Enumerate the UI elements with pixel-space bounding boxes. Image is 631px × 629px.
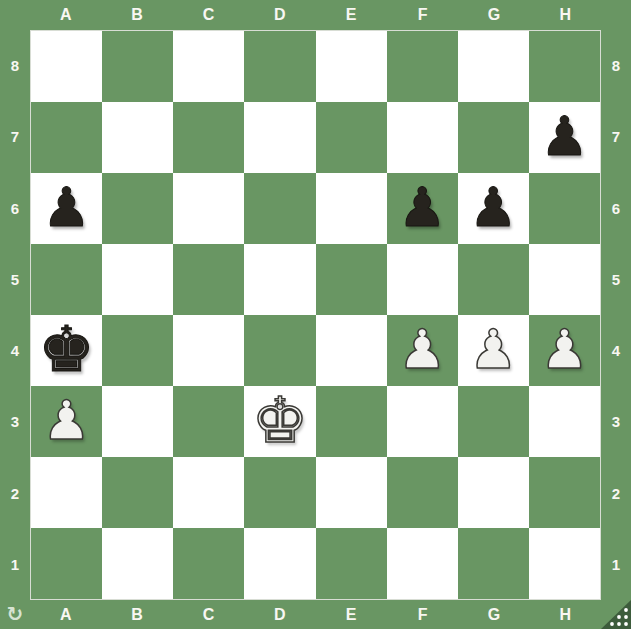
square-c3[interactable] [173,386,244,457]
file-label-a: A [30,0,101,30]
square-a8[interactable] [31,31,102,102]
rank-label-6: 6 [601,173,631,244]
square-g4[interactable]: ♟ [458,315,529,386]
square-c4[interactable] [173,315,244,386]
rank-label-4: 4 [601,315,631,386]
rank-label-5: 5 [601,244,631,315]
square-h2[interactable] [529,457,600,528]
square-a5[interactable] [31,244,102,315]
file-label-g: G [458,600,529,629]
black-pawn-a6[interactable]: ♟ [42,181,90,235]
square-h3[interactable] [529,386,600,457]
rank-label-1: 1 [0,529,30,600]
square-g1[interactable] [458,528,529,599]
square-f7[interactable] [387,102,458,173]
file-label-h: H [530,0,601,30]
square-f8[interactable] [387,31,458,102]
square-g3[interactable] [458,386,529,457]
square-b1[interactable] [102,528,173,599]
square-h6[interactable] [529,173,600,244]
file-label-e: E [316,0,387,30]
square-e5[interactable] [316,244,387,315]
resize-handle[interactable] [601,600,631,629]
square-c2[interactable] [173,457,244,528]
square-f2[interactable] [387,457,458,528]
file-label-b: B [101,600,172,629]
file-label-c: C [173,600,244,629]
square-a3[interactable]: ♟ [31,386,102,457]
file-label-h: H [530,600,601,629]
square-h7[interactable]: ♟ [529,102,600,173]
square-e8[interactable] [316,31,387,102]
rank-label-8: 8 [601,30,631,101]
square-g5[interactable] [458,244,529,315]
square-b8[interactable] [102,31,173,102]
black-king-a4[interactable]: ♚ [38,318,94,381]
square-b7[interactable] [102,102,173,173]
square-d8[interactable] [244,31,315,102]
square-e7[interactable] [316,102,387,173]
rank-labels-right: 87654321 [601,30,631,600]
square-a4[interactable]: ♚ [31,315,102,386]
file-label-c: C [173,0,244,30]
file-labels-top: ABCDEFGH [30,0,601,30]
rank-label-2: 2 [601,458,631,529]
square-d4[interactable] [244,315,315,386]
square-d2[interactable] [244,457,315,528]
square-f5[interactable] [387,244,458,315]
square-b2[interactable] [102,457,173,528]
file-label-d: D [244,0,315,30]
chessboard-widget: ABCDEFGH 87654321 ♟♟♟♟♚♟♟♟♟♚ 87654321 AB… [0,0,631,629]
rotate-icon: ↻ [7,602,24,626]
square-h4[interactable]: ♟ [529,315,600,386]
white-pawn-f4[interactable]: ♟ [398,323,446,377]
file-label-e: E [316,600,387,629]
square-g2[interactable] [458,457,529,528]
square-b4[interactable] [102,315,173,386]
white-pawn-a3[interactable]: ♟ [42,394,90,448]
square-e3[interactable] [316,386,387,457]
square-g7[interactable] [458,102,529,173]
white-king-d3[interactable]: ♚ [252,389,308,452]
square-d7[interactable] [244,102,315,173]
rank-label-8: 8 [0,30,30,101]
square-a1[interactable] [31,528,102,599]
rank-label-7: 7 [601,101,631,172]
square-a7[interactable] [31,102,102,173]
black-pawn-f6[interactable]: ♟ [398,181,446,235]
file-label-g: G [458,0,529,30]
square-f1[interactable] [387,528,458,599]
square-g6[interactable]: ♟ [458,173,529,244]
square-c6[interactable] [173,173,244,244]
white-pawn-h4[interactable]: ♟ [540,323,588,377]
file-label-d: D [244,600,315,629]
square-b5[interactable] [102,244,173,315]
rank-label-3: 3 [601,386,631,457]
black-pawn-g6[interactable]: ♟ [469,181,517,235]
square-h8[interactable] [529,31,600,102]
square-e6[interactable] [316,173,387,244]
rank-label-1: 1 [601,529,631,600]
square-f6[interactable]: ♟ [387,173,458,244]
square-c8[interactable] [173,31,244,102]
square-c5[interactable] [173,244,244,315]
rank-labels-left: 87654321 [0,30,30,600]
board: ♟♟♟♟♚♟♟♟♟♚ [30,30,601,600]
square-d1[interactable] [244,528,315,599]
square-d5[interactable] [244,244,315,315]
square-c7[interactable] [173,102,244,173]
square-g8[interactable] [458,31,529,102]
square-d3[interactable]: ♚ [244,386,315,457]
file-labels-bottom: ABCDEFGH [30,600,601,629]
square-a6[interactable]: ♟ [31,173,102,244]
rank-label-5: 5 [0,244,30,315]
file-label-f: F [387,600,458,629]
white-pawn-g4[interactable]: ♟ [469,323,517,377]
black-pawn-h7[interactable]: ♟ [540,110,588,164]
square-h5[interactable] [529,244,600,315]
square-f4[interactable]: ♟ [387,315,458,386]
square-h1[interactable] [529,528,600,599]
square-e4[interactable] [316,315,387,386]
square-d6[interactable] [244,173,315,244]
rank-label-6: 6 [0,173,30,244]
flip-board-button[interactable]: ↻ [2,601,28,627]
square-b3[interactable] [102,386,173,457]
square-b6[interactable] [102,173,173,244]
file-label-a: A [30,600,101,629]
rank-label-7: 7 [0,101,30,172]
rank-label-4: 4 [0,315,30,386]
square-e1[interactable] [316,528,387,599]
square-a2[interactable] [31,457,102,528]
square-e2[interactable] [316,457,387,528]
rank-label-3: 3 [0,386,30,457]
file-label-f: F [387,0,458,30]
square-c1[interactable] [173,528,244,599]
file-label-b: B [101,0,172,30]
rank-label-2: 2 [0,458,30,529]
square-f3[interactable] [387,386,458,457]
